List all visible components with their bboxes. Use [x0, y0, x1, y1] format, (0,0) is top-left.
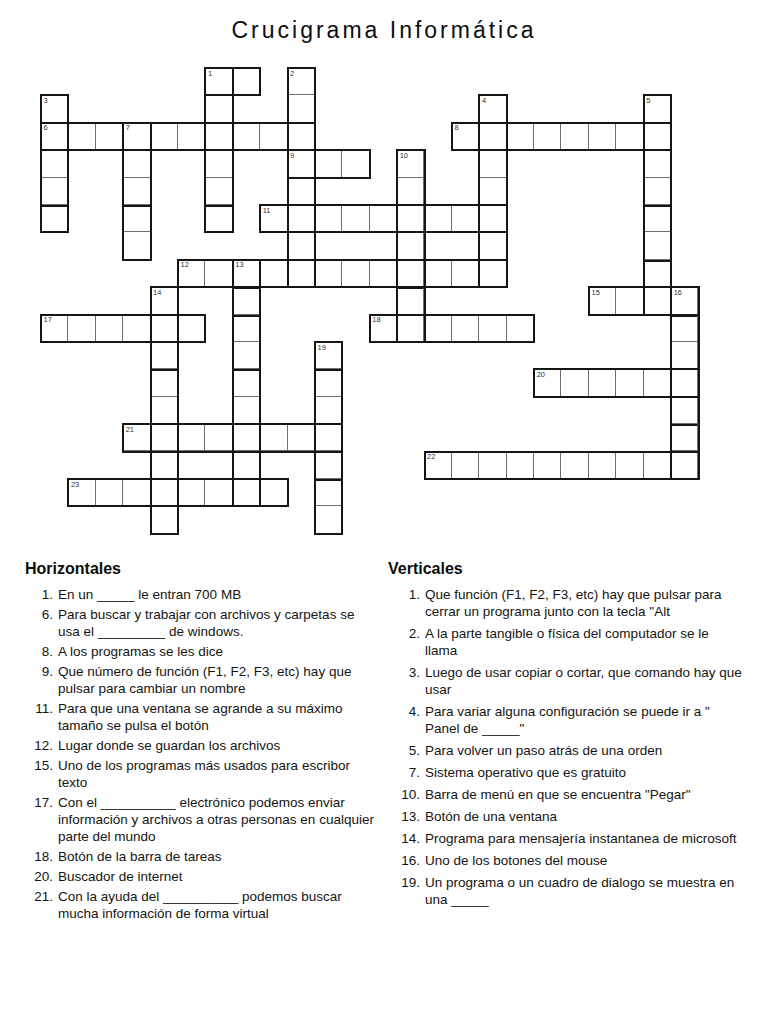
clue-item: 4.Para variar alguna configuración se pu… [388, 703, 742, 737]
grid-cell[interactable] [151, 479, 178, 506]
grid-cell[interactable] [507, 451, 534, 478]
clue-item: 15.Uno de los programas más usados para … [25, 757, 375, 791]
grid-cell[interactable] [671, 369, 698, 396]
clue-number: 1. [25, 586, 53, 603]
grid-cell[interactable] [41, 95, 68, 122]
down-clues-section: Verticales 1.Que función (F1, F2, F3, et… [388, 560, 742, 913]
grid-cell[interactable] [205, 205, 232, 232]
clue-text: Para que una ventana se agrande a su máx… [58, 700, 375, 734]
clue-text: Uno de los programas más usados para esc… [58, 757, 375, 791]
grid-cell[interactable] [260, 260, 287, 287]
clue-text: En un _____ le entran 700 MB [58, 586, 375, 603]
grid-cell[interactable] [315, 506, 342, 533]
grid-cell[interactable] [671, 397, 698, 424]
grid-cell[interactable] [123, 232, 150, 259]
grid-cell[interactable] [151, 123, 178, 150]
clue-text: Uno de los botones del mouse [425, 852, 742, 869]
grid-cell[interactable] [397, 205, 424, 232]
grid-cell[interactable] [644, 260, 671, 287]
clue-text: Lugar donde se guardan los archivos [58, 737, 375, 754]
grid-cell[interactable] [123, 123, 150, 150]
grid-cell[interactable] [616, 369, 643, 396]
clue-text: A la parte tangible o física del computa… [425, 625, 742, 659]
grid-cell[interactable] [671, 451, 698, 478]
clue-number: 16. [388, 852, 420, 869]
grid-cell[interactable] [233, 369, 260, 396]
clue-item: 11.Para que una ventana se agrande a su … [25, 700, 375, 734]
clue-text: Que número de función (F1, F2, F3, etc) … [58, 663, 375, 697]
clue-number: 5. [388, 742, 420, 759]
across-heading: Horizontales [25, 560, 375, 578]
grid-cell[interactable] [151, 506, 178, 533]
clue-text: Botón de una ventana [425, 808, 742, 825]
grid-cell[interactable] [123, 178, 150, 205]
grid-cell[interactable] [233, 68, 260, 95]
grid-cell[interactable] [616, 287, 643, 314]
grid-cell[interactable] [644, 232, 671, 259]
clue-number: 12. [25, 737, 53, 754]
grid-cell[interactable] [644, 451, 671, 478]
grid-cell[interactable] [397, 150, 424, 177]
clue-number: 6. [25, 606, 53, 640]
grid-cell[interactable] [479, 451, 506, 478]
grid-cell[interactable] [178, 123, 205, 150]
clue-text: Para buscar y trabajar con archivos y ca… [58, 606, 375, 640]
grid-cell[interactable] [205, 479, 232, 506]
down-clue-list: 1.Que función (F1, F2, F3, etc) hay que … [388, 586, 742, 908]
grid-cell[interactable] [260, 205, 287, 232]
grid-cell[interactable] [288, 68, 315, 95]
grid-cell[interactable] [644, 369, 671, 396]
grid-cell[interactable] [616, 123, 643, 150]
clue-text: Que función (F1, F2, F3, etc) hay que pu… [425, 586, 742, 620]
grid-cell[interactable] [671, 287, 698, 314]
grid-cell[interactable] [561, 369, 588, 396]
grid-cell[interactable] [315, 342, 342, 369]
grid-cell[interactable] [260, 123, 287, 150]
grid-cell[interactable] [370, 260, 397, 287]
grid-cell[interactable] [534, 451, 561, 478]
grid-cell[interactable] [68, 479, 95, 506]
grid-cell[interactable] [151, 287, 178, 314]
clue-number: 1. [388, 586, 420, 620]
clue-item: 19.Un programa o un cuadro de dialogo se… [388, 874, 742, 908]
grid-cell[interactable] [424, 451, 451, 478]
grid-cell[interactable] [178, 260, 205, 287]
clue-number: 18. [25, 848, 53, 865]
grid-cell[interactable] [41, 315, 68, 342]
grid-cell[interactable] [233, 123, 260, 150]
grid-cell[interactable] [644, 150, 671, 177]
grid-cell[interactable] [452, 451, 479, 478]
grid-cell[interactable] [397, 232, 424, 259]
grid-cell[interactable] [41, 178, 68, 205]
grid-cell[interactable] [370, 205, 397, 232]
clue-item: 8.A los programas se les dice [25, 643, 375, 660]
grid-cell[interactable] [671, 424, 698, 451]
grid-cell[interactable] [315, 150, 342, 177]
grid-cell[interactable] [68, 315, 95, 342]
grid-cell[interactable] [342, 260, 369, 287]
grid-cell[interactable] [96, 123, 123, 150]
grid-cell[interactable] [479, 232, 506, 259]
grid-cell[interactable] [452, 123, 479, 150]
clue-number: 13. [388, 808, 420, 825]
clue-item: 14.Programa para mensajería instantanea … [388, 830, 742, 847]
grid-cell[interactable] [123, 479, 150, 506]
clue-item: 17.Con el __________ electrónico podemos… [25, 794, 375, 845]
grid-cell[interactable] [41, 150, 68, 177]
grid-cell[interactable] [589, 287, 616, 314]
grid-cell[interactable] [534, 369, 561, 396]
clue-text: Para volver un paso atrás de una orden [425, 742, 742, 759]
grid-cell[interactable] [315, 205, 342, 232]
grid-cell[interactable] [479, 150, 506, 177]
clue-number: 2. [388, 625, 420, 659]
grid-cell[interactable] [671, 315, 698, 342]
grid-cell[interactable] [178, 479, 205, 506]
grid-cell[interactable] [452, 205, 479, 232]
clue-item: 3.Luego de usar copiar o cortar, que com… [388, 664, 742, 698]
clue-text: Buscador de internet [58, 868, 375, 885]
grid-cell[interactable] [315, 424, 342, 451]
clue-item: 16.Uno de los botones del mouse [388, 852, 742, 869]
grid-cell[interactable] [205, 95, 232, 122]
grid-cell[interactable] [123, 424, 150, 451]
grid-cell[interactable] [233, 479, 260, 506]
clue-number: 3. [388, 664, 420, 698]
grid-cell[interactable] [233, 287, 260, 314]
grid-cell[interactable] [644, 287, 671, 314]
grid-cell[interactable] [479, 315, 506, 342]
grid-cell[interactable] [41, 205, 68, 232]
clue-item: 21.Con la ayuda del __________ podemos b… [25, 888, 375, 922]
grid-cell[interactable] [151, 424, 178, 451]
grid-cell[interactable] [233, 451, 260, 478]
clue-item: 6.Para buscar y trabajar con archivos y … [25, 606, 375, 640]
grid-cell[interactable] [178, 424, 205, 451]
grid-cell[interactable] [41, 123, 68, 150]
grid-cell[interactable] [288, 150, 315, 177]
grid-cell[interactable] [260, 479, 287, 506]
grid-cell[interactable] [288, 205, 315, 232]
grid-cell[interactable] [644, 205, 671, 232]
clue-item: 13.Botón de una ventana [388, 808, 742, 825]
clue-number: 7. [388, 764, 420, 781]
grid-cell[interactable] [315, 451, 342, 478]
grid-cell[interactable] [123, 150, 150, 177]
clue-number: 11. [25, 700, 53, 734]
grid-cell[interactable] [397, 315, 424, 342]
grid-cell[interactable] [644, 123, 671, 150]
grid-cell[interactable] [288, 95, 315, 122]
across-clues-section: Horizontales 1.En un _____ le entran 700… [25, 560, 375, 925]
grid-cell[interactable] [479, 260, 506, 287]
grid-cell[interactable] [561, 451, 588, 478]
across-clue-list: 1.En un _____ le entran 700 MB6.Para bus… [25, 586, 375, 922]
grid-cell[interactable] [507, 315, 534, 342]
grid-cell[interactable] [644, 95, 671, 122]
clue-number: 9. [25, 663, 53, 697]
grid-cell[interactable] [96, 479, 123, 506]
grid-cell[interactable] [561, 123, 588, 150]
grid-cell[interactable] [397, 287, 424, 314]
clue-item: 7.Sistema operativo que es gratuito [388, 764, 742, 781]
clue-number: 8. [25, 643, 53, 660]
grid-cell[interactable] [178, 315, 205, 342]
grid-cell[interactable] [452, 260, 479, 287]
clue-text: Un programa o un cuadro de dialogo se mu… [425, 874, 742, 908]
grid-cell[interactable] [589, 123, 616, 150]
grid-cell[interactable] [397, 260, 424, 287]
clue-item: 5.Para volver un paso atrás de una orden [388, 742, 742, 759]
grid-cell[interactable] [315, 479, 342, 506]
grid-cell[interactable] [397, 178, 424, 205]
grid-cell[interactable] [479, 178, 506, 205]
clue-text: Sistema operativo que es gratuito [425, 764, 742, 781]
clue-item: 12.Lugar donde se guardan los archivos [25, 737, 375, 754]
clue-text: Con el __________ electrónico podemos en… [58, 794, 375, 845]
grid-cell[interactable] [589, 451, 616, 478]
grid-cell[interactable] [315, 260, 342, 287]
grid-cell[interactable] [288, 178, 315, 205]
clue-item: 1.Que función (F1, F2, F3, etc) hay que … [388, 586, 742, 620]
grid-cell[interactable] [68, 123, 95, 150]
grid-cell[interactable] [644, 178, 671, 205]
grid-cell[interactable] [315, 397, 342, 424]
clue-item: 18.Botón de la barra de tareas [25, 848, 375, 865]
grid-cell[interactable] [534, 123, 561, 150]
crossword-board: 1234567891011121314151617181920212223 [41, 68, 698, 534]
clue-number: 4. [388, 703, 420, 737]
grid-cell[interactable] [205, 68, 232, 95]
grid-cell[interactable] [288, 424, 315, 451]
down-heading: Verticales [388, 560, 742, 578]
clue-number: 17. [25, 794, 53, 845]
grid-cell[interactable] [151, 315, 178, 342]
grid-cell[interactable] [479, 205, 506, 232]
clue-number: 15. [25, 757, 53, 791]
grid-cell[interactable] [288, 260, 315, 287]
clue-item: 10.Barra de menú en que se encuentra "Pe… [388, 786, 742, 803]
grid-cell[interactable] [288, 232, 315, 259]
clue-item: 2.A la parte tangible o física del compu… [388, 625, 742, 659]
clue-number: 14. [388, 830, 420, 847]
grid-cell[interactable] [233, 424, 260, 451]
grid-cell[interactable] [151, 451, 178, 478]
clue-text: A los programas se les dice [58, 643, 375, 660]
grid-cell[interactable] [424, 205, 451, 232]
grid-cell[interactable] [507, 123, 534, 150]
grid-cell[interactable] [424, 315, 451, 342]
clue-text: Botón de la barra de tareas [58, 848, 375, 865]
grid-cell[interactable] [342, 150, 369, 177]
grid-cell[interactable] [151, 397, 178, 424]
clue-number: 19. [388, 874, 420, 908]
clue-text: Luego de usar copiar o cortar, que coman… [425, 664, 742, 698]
clue-number: 21. [25, 888, 53, 922]
grid-cell[interactable] [123, 315, 150, 342]
clue-text: Para variar alguna configuración se pued… [425, 703, 742, 737]
grid-cell[interactable] [479, 95, 506, 122]
clue-item: 1.En un _____ le entran 700 MB [25, 586, 375, 603]
grid-cell[interactable] [260, 424, 287, 451]
clue-item: 9.Que número de función (F1, F2, F3, etc… [25, 663, 375, 697]
grid-cell[interactable] [589, 369, 616, 396]
clue-text: Programa para mensajería instantanea de … [425, 830, 742, 847]
grid-cell[interactable] [233, 260, 260, 287]
grid-cell[interactable] [123, 205, 150, 232]
grid-cell[interactable] [205, 178, 232, 205]
grid-cell[interactable] [342, 205, 369, 232]
grid-cell[interactable] [205, 260, 232, 287]
clue-text: Barra de menú en que se encuentra "Pegar… [425, 786, 742, 803]
grid-cell[interactable] [479, 123, 506, 150]
grid-cell[interactable] [315, 369, 342, 396]
grid-cell[interactable] [370, 315, 397, 342]
grid-cell[interactable] [151, 342, 178, 369]
grid-cell[interactable] [424, 260, 451, 287]
clue-text: Con la ayuda del __________ podemos busc… [58, 888, 375, 922]
grid-cell[interactable] [616, 451, 643, 478]
grid-cell[interactable] [205, 424, 232, 451]
clue-number: 10. [388, 786, 420, 803]
grid-cell[interactable] [452, 315, 479, 342]
grid-cell[interactable] [233, 342, 260, 369]
grid-cell[interactable] [96, 315, 123, 342]
grid-cell[interactable] [205, 123, 232, 150]
grid-cell[interactable] [205, 150, 232, 177]
grid-cell[interactable] [233, 397, 260, 424]
clue-number: 20. [25, 868, 53, 885]
grid-cell[interactable] [671, 342, 698, 369]
grid-cell[interactable] [233, 315, 260, 342]
puzzle-title: Crucigrama Informática [0, 17, 768, 44]
grid-cell[interactable] [288, 123, 315, 150]
grid-cell[interactable] [151, 369, 178, 396]
clue-item: 20.Buscador de internet [25, 868, 375, 885]
